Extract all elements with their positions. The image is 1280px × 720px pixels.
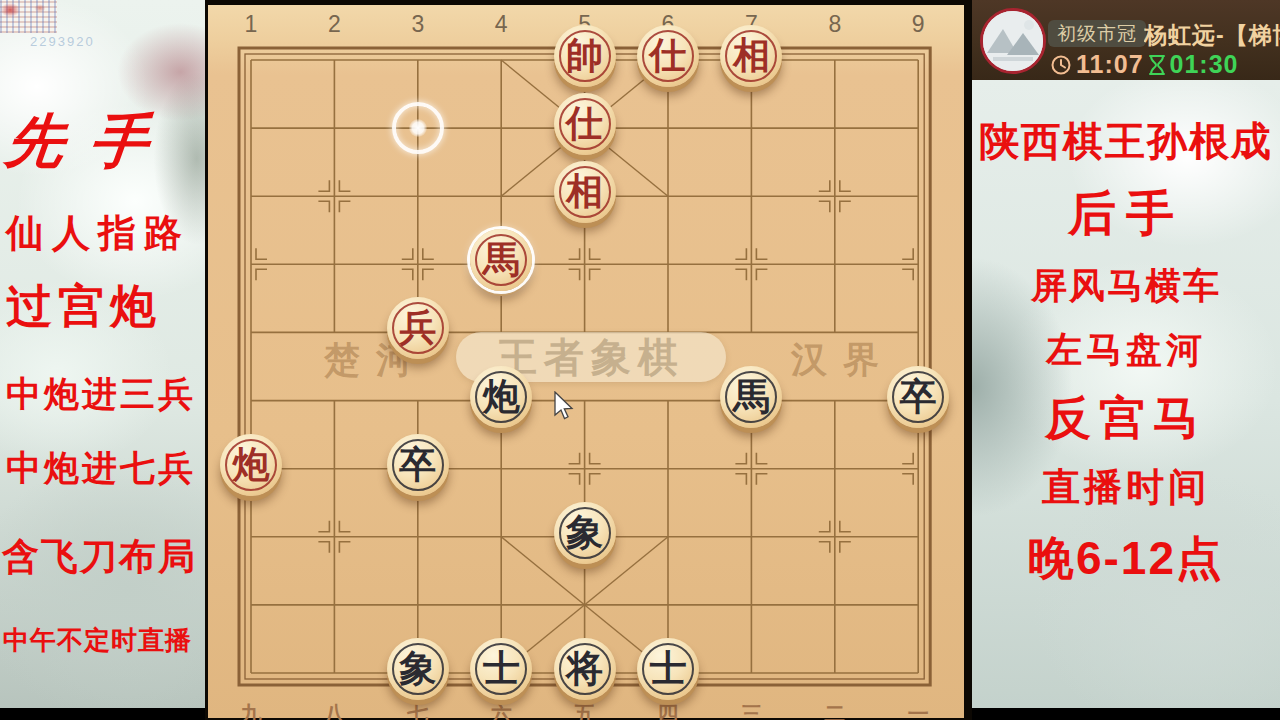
file-label-bottom: 六 <box>487 700 515 720</box>
label-first-move: 先手 <box>2 103 178 181</box>
label-opponent-title: 陕西棋王孙根成 <box>972 114 1280 169</box>
xiangqi-piece-red-炮[interactable]: 炮 <box>220 434 282 496</box>
stream-screen: 2293920 先手 仙人指路 过宫炮 中炮进三兵 中炮进七兵 含飞刀布局 中午… <box>0 0 1280 720</box>
piece-character: 馬 <box>470 229 532 291</box>
piece-character: 将 <box>554 638 616 700</box>
file-label-bottom: 一 <box>904 700 932 720</box>
xiangqi-piece-red-仕[interactable]: 仕 <box>637 25 699 87</box>
label-defense-1: 屏风马横车 <box>972 262 1280 311</box>
xiangqi-piece-red-兵[interactable]: 兵 <box>387 297 449 359</box>
piece-character: 卒 <box>387 434 449 496</box>
piece-character: 象 <box>554 502 616 564</box>
piece-character: 炮 <box>220 434 282 496</box>
xiangqi-piece-black-卒[interactable]: 卒 <box>387 434 449 496</box>
rank-badge: 初级市冠 <box>1048 20 1146 47</box>
file-label-top: 1 <box>237 11 265 38</box>
xiangqi-piece-black-炮[interactable]: 炮 <box>470 366 532 428</box>
xiangqi-board-video[interactable]: 123456789 九八七六五四三二一 楚河 汉界 王者象棋 帥仕相仕相馬兵炮炮… <box>205 0 972 720</box>
clock-icon <box>1050 54 1072 76</box>
label-defense-3: 反宫马 <box>972 388 1280 450</box>
xiangqi-piece-black-卒[interactable]: 卒 <box>887 366 949 428</box>
piece-character: 象 <box>387 638 449 700</box>
xiangqi-piece-black-将[interactable]: 将 <box>554 638 616 700</box>
xiangqi-piece-black-馬[interactable]: 馬 <box>720 366 782 428</box>
clock-row: 11:07 01:30 <box>1050 50 1239 79</box>
file-label-bottom: 二 <box>821 700 849 720</box>
label-stream-time-value: 晚6-12点 <box>972 528 1280 590</box>
id-watermark: 2293920 <box>30 34 95 49</box>
label-opening-4: 中炮进七兵 <box>6 445 196 492</box>
right-info-panel: 陕西棋王孙根成 后手 屏风马横车 左马盘河 反宫马 直播时间 晚6-12点 <box>972 80 1280 720</box>
piece-character: 卒 <box>887 366 949 428</box>
hourglass-icon <box>1148 54 1166 76</box>
player-avatar[interactable] <box>980 8 1046 74</box>
piece-character: 士 <box>637 638 699 700</box>
file-label-bottom: 八 <box>320 700 348 720</box>
file-label-bottom: 五 <box>571 700 599 720</box>
file-label-bottom: 三 <box>737 700 765 720</box>
avatar-mountain-icon <box>983 11 1043 71</box>
label-opening-3: 中炮进三兵 <box>6 371 196 418</box>
corner-thumbnail-image <box>0 0 57 33</box>
piece-character: 兵 <box>387 297 449 359</box>
bottom-black-bar <box>0 708 205 720</box>
label-stream-time-title: 直播时间 <box>972 462 1280 513</box>
game-time: 11:07 <box>1076 50 1144 79</box>
piece-character: 相 <box>554 161 616 223</box>
xiangqi-piece-red-相[interactable]: 相 <box>554 161 616 223</box>
file-label-top: 9 <box>904 11 932 38</box>
piece-character: 士 <box>470 638 532 700</box>
label-opening-5: 含飞刀布局 <box>2 532 197 582</box>
player-name[interactable]: 杨虹远-【梯博 <box>1144 20 1280 51</box>
xiangqi-piece-black-象[interactable]: 象 <box>387 638 449 700</box>
mouse-cursor-icon <box>554 391 576 421</box>
river-text-han: 汉界 <box>791 336 895 385</box>
xiangqi-board[interactable]: 123456789 九八七六五四三二一 楚河 汉界 王者象棋 帥仕相仕相馬兵炮炮… <box>208 5 964 718</box>
xiangqi-piece-black-士[interactable]: 士 <box>637 638 699 700</box>
xiangqi-piece-red-帥[interactable]: 帥 <box>554 25 616 87</box>
piece-character: 相 <box>720 25 782 87</box>
xiangqi-piece-black-士[interactable]: 士 <box>470 638 532 700</box>
piece-character: 帥 <box>554 25 616 87</box>
label-opening-2: 过宫炮 <box>6 276 162 338</box>
file-label-bottom: 九 <box>237 700 265 720</box>
piece-character: 仕 <box>554 93 616 155</box>
label-opening-1: 仙人指路 <box>6 208 190 259</box>
piece-character: 馬 <box>720 366 782 428</box>
file-label-top: 4 <box>487 11 515 38</box>
file-label-top: 8 <box>821 11 849 38</box>
xiangqi-piece-red-仕[interactable]: 仕 <box>554 93 616 155</box>
file-label-top: 2 <box>320 11 348 38</box>
label-second-move: 后手 <box>972 182 1280 246</box>
file-label-top: 3 <box>404 11 432 38</box>
last-move-origin-marker <box>392 102 444 154</box>
label-defense-2: 左马盘河 <box>972 326 1280 375</box>
label-stream-note: 中午不定时直播 <box>3 623 192 658</box>
left-info-panel: 2293920 先手 仙人指路 过宫炮 中炮进三兵 中炮进七兵 含飞刀布局 中午… <box>0 0 205 720</box>
xiangqi-piece-black-象[interactable]: 象 <box>554 502 616 564</box>
piece-character: 炮 <box>470 366 532 428</box>
file-label-bottom: 七 <box>404 700 432 720</box>
xiangqi-piece-red-馬[interactable]: 馬 <box>470 229 532 291</box>
xiangqi-piece-red-相[interactable]: 相 <box>720 25 782 87</box>
piece-character: 仕 <box>637 25 699 87</box>
file-label-bottom: 四 <box>654 700 682 720</box>
move-countdown: 01:30 <box>1170 50 1239 79</box>
bottom-black-bar <box>972 708 1280 720</box>
player-info-bar: 初级市冠 杨虹远-【梯博 11:07 01:30 <box>972 0 1280 80</box>
